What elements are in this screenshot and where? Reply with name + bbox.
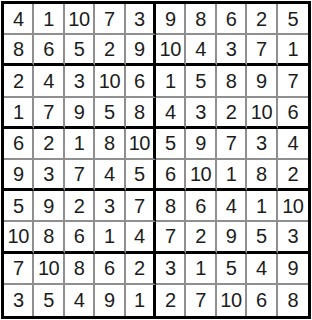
cell-r5c3[interactable]: 1 [65, 129, 95, 160]
cell-r8c7[interactable]: 2 [186, 222, 216, 253]
cell-r10c3[interactable]: 4 [65, 285, 95, 316]
cell-r7c4[interactable]: 3 [95, 191, 125, 222]
cell-r6c4[interactable]: 4 [95, 160, 125, 191]
cell-r10c6[interactable]: 2 [156, 285, 186, 316]
cell-r10c5[interactable]: 1 [126, 285, 156, 316]
cell-r4c9[interactable]: 10 [247, 98, 277, 129]
cell-r10c2[interactable]: 5 [34, 285, 64, 316]
cell-r4c4[interactable]: 5 [95, 98, 125, 129]
cell-r5c2[interactable]: 2 [34, 129, 64, 160]
cell-r3c5[interactable]: 6 [126, 66, 156, 97]
cell-r9c10[interactable]: 9 [278, 254, 308, 285]
cell-r1c3[interactable]: 10 [65, 4, 95, 35]
cell-r7c9[interactable]: 1 [247, 191, 277, 222]
cell-r8c2[interactable]: 8 [34, 222, 64, 253]
cell-r4c8[interactable]: 2 [217, 98, 247, 129]
cell-r5c1[interactable]: 6 [4, 129, 34, 160]
cell-r6c2[interactable]: 3 [34, 160, 64, 191]
cell-r4c1[interactable]: 1 [4, 98, 34, 129]
cell-r5c8[interactable]: 7 [217, 129, 247, 160]
cell-r6c6[interactable]: 6 [156, 160, 186, 191]
cell-r7c8[interactable]: 4 [217, 191, 247, 222]
cell-r8c8[interactable]: 9 [217, 222, 247, 253]
cell-r1c8[interactable]: 6 [217, 4, 247, 35]
cell-r5c4[interactable]: 8 [95, 129, 125, 160]
sudoku-page: 4110739862586529104371243106158971795843… [0, 0, 312, 320]
cell-r1c4[interactable]: 7 [95, 4, 125, 35]
cell-r9c3[interactable]: 8 [65, 254, 95, 285]
cell-r3c3[interactable]: 3 [65, 66, 95, 97]
cell-r3c4[interactable]: 10 [95, 66, 125, 97]
cell-r4c3[interactable]: 9 [65, 98, 95, 129]
cell-r1c6[interactable]: 9 [156, 4, 186, 35]
cell-r1c10[interactable]: 5 [278, 4, 308, 35]
cell-r3c7[interactable]: 5 [186, 66, 216, 97]
cell-r5c5[interactable]: 10 [126, 129, 156, 160]
cell-r7c1[interactable]: 5 [4, 191, 34, 222]
cell-r10c1[interactable]: 3 [4, 285, 34, 316]
cell-r2c2[interactable]: 6 [34, 35, 64, 66]
cell-r4c6[interactable]: 4 [156, 98, 186, 129]
cell-r10c8[interactable]: 10 [217, 285, 247, 316]
cell-r1c1[interactable]: 4 [4, 4, 34, 35]
cell-r8c4[interactable]: 1 [95, 222, 125, 253]
cell-r10c4[interactable]: 9 [95, 285, 125, 316]
cell-r3c10[interactable]: 7 [278, 66, 308, 97]
cell-r9c9[interactable]: 4 [247, 254, 277, 285]
cell-r8c5[interactable]: 4 [126, 222, 156, 253]
cell-r3c9[interactable]: 9 [247, 66, 277, 97]
cell-r4c7[interactable]: 3 [186, 98, 216, 129]
cell-r9c2[interactable]: 10 [34, 254, 64, 285]
cell-r6c8[interactable]: 1 [217, 160, 247, 191]
cell-r9c8[interactable]: 5 [217, 254, 247, 285]
cell-r8c10[interactable]: 3 [278, 222, 308, 253]
cell-r3c1[interactable]: 2 [4, 66, 34, 97]
cell-r2c5[interactable]: 9 [126, 35, 156, 66]
cell-r7c10[interactable]: 10 [278, 191, 308, 222]
cell-r10c9[interactable]: 6 [247, 285, 277, 316]
cell-r7c5[interactable]: 7 [126, 191, 156, 222]
cell-r6c5[interactable]: 5 [126, 160, 156, 191]
cell-r2c6[interactable]: 10 [156, 35, 186, 66]
cell-r1c9[interactable]: 2 [247, 4, 277, 35]
cell-r8c3[interactable]: 6 [65, 222, 95, 253]
cell-r4c5[interactable]: 8 [126, 98, 156, 129]
cell-r8c9[interactable]: 5 [247, 222, 277, 253]
cell-r5c10[interactable]: 4 [278, 129, 308, 160]
cell-r4c10[interactable]: 6 [278, 98, 308, 129]
cell-r1c5[interactable]: 3 [126, 4, 156, 35]
cell-r10c10[interactable]: 8 [278, 285, 308, 316]
cell-r8c6[interactable]: 7 [156, 222, 186, 253]
cell-r6c9[interactable]: 8 [247, 160, 277, 191]
cell-r2c8[interactable]: 3 [217, 35, 247, 66]
cell-r9c4[interactable]: 6 [95, 254, 125, 285]
cell-r6c1[interactable]: 9 [4, 160, 34, 191]
cell-r2c9[interactable]: 7 [247, 35, 277, 66]
cell-r5c9[interactable]: 3 [247, 129, 277, 160]
cell-r6c10[interactable]: 2 [278, 160, 308, 191]
cell-r6c7[interactable]: 10 [186, 160, 216, 191]
cell-r3c6[interactable]: 1 [156, 66, 186, 97]
cell-r3c2[interactable]: 4 [34, 66, 64, 97]
cell-r2c3[interactable]: 5 [65, 35, 95, 66]
cell-r9c5[interactable]: 2 [126, 254, 156, 285]
cell-r5c7[interactable]: 9 [186, 129, 216, 160]
cell-r7c3[interactable]: 2 [65, 191, 95, 222]
cell-r7c7[interactable]: 6 [186, 191, 216, 222]
cell-r9c7[interactable]: 1 [186, 254, 216, 285]
cell-r6c3[interactable]: 7 [65, 160, 95, 191]
cell-r7c6[interactable]: 8 [156, 191, 186, 222]
cell-r2c10[interactable]: 1 [278, 35, 308, 66]
cell-r2c7[interactable]: 4 [186, 35, 216, 66]
sudoku-board: 4110739862586529104371243106158971795843… [1, 1, 311, 319]
cell-r2c1[interactable]: 8 [4, 35, 34, 66]
cell-r5c6[interactable]: 5 [156, 129, 186, 160]
cell-r9c1[interactable]: 7 [4, 254, 34, 285]
cell-r9c6[interactable]: 3 [156, 254, 186, 285]
cell-r3c8[interactable]: 8 [217, 66, 247, 97]
cell-r4c2[interactable]: 7 [34, 98, 64, 129]
cell-r8c1[interactable]: 10 [4, 222, 34, 253]
cell-r10c7[interactable]: 7 [186, 285, 216, 316]
cell-r2c4[interactable]: 2 [95, 35, 125, 66]
cell-r1c2[interactable]: 1 [34, 4, 64, 35]
cell-r7c2[interactable]: 9 [34, 191, 64, 222]
cell-r1c7[interactable]: 8 [186, 4, 216, 35]
